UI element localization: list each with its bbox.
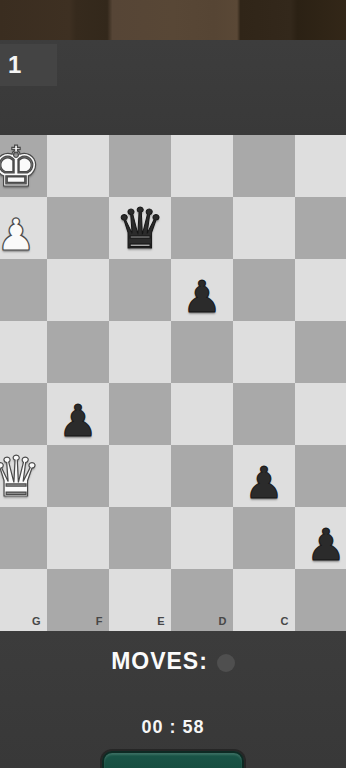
square-f1[interactable] [47, 135, 109, 197]
square-f5[interactable]: ♟ [47, 383, 109, 445]
square-g7[interactable] [0, 507, 47, 569]
square-c2[interactable] [233, 197, 295, 259]
square-d5[interactable] [171, 383, 233, 445]
file-label-e: E [157, 615, 165, 627]
square-c6[interactable]: ♟ [233, 445, 295, 507]
black-pawn-d3[interactable]: ♟ [182, 275, 221, 321]
square-f8[interactable]: F [47, 569, 109, 631]
level-indicator: 1 [0, 44, 57, 86]
square-e5[interactable] [109, 383, 171, 445]
moves-row: MOVES: [0, 648, 346, 675]
black-pawn-b7[interactable]: ♟ [306, 523, 345, 569]
white-king-g1[interactable]: ♚ [0, 139, 41, 197]
black-pawn-c6[interactable]: ♟ [244, 461, 283, 507]
file-label-f: F [96, 615, 103, 627]
square-c3[interactable] [233, 259, 295, 321]
square-d8[interactable]: D [171, 569, 233, 631]
square-f4[interactable] [47, 321, 109, 383]
white-queen-g6[interactable]: ♛ [0, 449, 41, 507]
square-e7[interactable] [109, 507, 171, 569]
square-b8[interactable] [295, 569, 346, 631]
square-b2[interactable] [295, 197, 346, 259]
square-e6[interactable] [109, 445, 171, 507]
app-screen: 1 ♚♟♛♟♟♛♟♟GFEDC MOVES: 00 : 58 HINT [0, 0, 346, 768]
square-f3[interactable] [47, 259, 109, 321]
square-g8[interactable]: G [0, 569, 47, 631]
wood-table-background [0, 0, 346, 40]
square-e8[interactable]: E [109, 569, 171, 631]
square-g6[interactable]: ♛ [0, 445, 47, 507]
square-c7[interactable] [233, 507, 295, 569]
square-d1[interactable] [171, 135, 233, 197]
move-indicator-dot [217, 654, 235, 672]
file-label-g: G [32, 615, 41, 627]
square-b4[interactable] [295, 321, 346, 383]
black-pawn-f5[interactable]: ♟ [58, 399, 97, 445]
black-queen-e2[interactable]: ♛ [115, 201, 165, 259]
file-label-c: C [281, 615, 289, 627]
square-g2[interactable]: ♟ [0, 197, 47, 259]
square-c8[interactable]: C [233, 569, 295, 631]
square-b7[interactable]: ♟ [295, 507, 346, 569]
square-g4[interactable] [0, 321, 47, 383]
timer: 00 : 58 [0, 717, 346, 738]
square-d7[interactable] [171, 507, 233, 569]
square-c5[interactable] [233, 383, 295, 445]
square-e4[interactable] [109, 321, 171, 383]
square-g3[interactable] [0, 259, 47, 321]
square-f6[interactable] [47, 445, 109, 507]
hint-button[interactable]: HINT [102, 751, 244, 768]
square-g5[interactable] [0, 383, 47, 445]
level-number: 1 [0, 51, 21, 79]
white-pawn-g2[interactable]: ♟ [0, 213, 36, 259]
square-e1[interactable] [109, 135, 171, 197]
top-panel: 1 [0, 40, 346, 135]
chess-board[interactable]: ♚♟♛♟♟♛♟♟GFEDC [0, 135, 346, 631]
square-e3[interactable] [109, 259, 171, 321]
square-d6[interactable] [171, 445, 233, 507]
square-d4[interactable] [171, 321, 233, 383]
square-g1[interactable]: ♚ [0, 135, 47, 197]
square-f7[interactable] [47, 507, 109, 569]
square-d3[interactable]: ♟ [171, 259, 233, 321]
square-f2[interactable] [47, 197, 109, 259]
hint-button-label: HINT [148, 765, 199, 768]
moves-label: MOVES: [111, 648, 208, 675]
square-c4[interactable] [233, 321, 295, 383]
square-b6[interactable] [295, 445, 346, 507]
square-e2[interactable]: ♛ [109, 197, 171, 259]
square-b5[interactable] [295, 383, 346, 445]
file-label-d: D [219, 615, 227, 627]
square-b3[interactable] [295, 259, 346, 321]
square-d2[interactable] [171, 197, 233, 259]
bottom-panel: MOVES: 00 : 58 HINT [0, 631, 346, 768]
square-c1[interactable] [233, 135, 295, 197]
square-b1[interactable] [295, 135, 346, 197]
